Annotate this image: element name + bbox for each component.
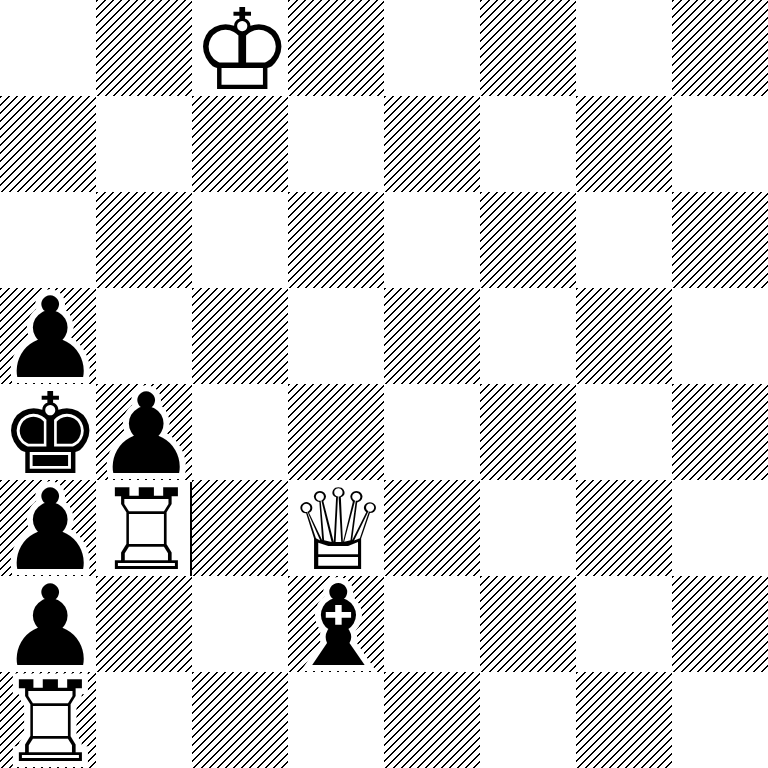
piece-black-pawn: ♟♟	[0, 290, 96, 386]
square-c1[interactable]	[192, 672, 288, 768]
square-f8[interactable]	[480, 0, 576, 96]
piece-black-pawn: ♟♟	[0, 578, 96, 674]
square-e6[interactable]	[384, 192, 480, 288]
square-c7[interactable]	[192, 96, 288, 192]
square-b2[interactable]	[96, 576, 192, 672]
piece-white-king: ♚♔	[192, 2, 288, 98]
square-d5[interactable]	[288, 288, 384, 384]
square-h1[interactable]	[672, 672, 768, 768]
piece-halo: ♟	[0, 482, 96, 578]
square-f7[interactable]	[480, 96, 576, 192]
square-d6[interactable]	[288, 192, 384, 288]
square-g3[interactable]	[576, 480, 672, 576]
piece-black-king: ♚♚	[0, 386, 96, 482]
piece-halo: ♛	[288, 482, 384, 578]
square-b8[interactable]	[96, 0, 192, 96]
square-a7[interactable]	[0, 96, 96, 192]
square-b7[interactable]	[96, 96, 192, 192]
square-g6[interactable]	[576, 192, 672, 288]
square-c2[interactable]	[192, 576, 288, 672]
square-e1[interactable]	[384, 672, 480, 768]
chess-board: ♚♔♟♟♚♚♟♟♟♟♜♖♛♕♟♟♝♝♜♖	[0, 0, 768, 768]
square-h6[interactable]	[672, 192, 768, 288]
square-a1[interactable]: ♜♖	[0, 672, 96, 768]
square-e7[interactable]	[384, 96, 480, 192]
square-a6[interactable]	[0, 192, 96, 288]
piece-white-rook: ♜♖	[0, 674, 96, 768]
square-e4[interactable]	[384, 384, 480, 480]
piece-black-bishop: ♝♝	[288, 578, 384, 674]
square-f4[interactable]	[480, 384, 576, 480]
piece-glyph: ♖	[0, 657, 100, 768]
square-b5[interactable]	[96, 288, 192, 384]
square-f6[interactable]	[480, 192, 576, 288]
square-d4[interactable]	[288, 384, 384, 480]
square-e2[interactable]	[384, 576, 480, 672]
square-e8[interactable]	[384, 0, 480, 96]
square-b3[interactable]: ♜♖	[96, 480, 192, 576]
piece-white-queen: ♛♕	[288, 482, 384, 578]
square-d3[interactable]: ♛♕	[288, 480, 384, 576]
square-c8[interactable]: ♚♔	[192, 0, 288, 96]
square-a8[interactable]	[0, 0, 96, 96]
square-b1[interactable]	[96, 672, 192, 768]
square-g5[interactable]	[576, 288, 672, 384]
square-c5[interactable]	[192, 288, 288, 384]
piece-halo: ♜	[0, 674, 96, 768]
square-g4[interactable]	[576, 384, 672, 480]
square-a3[interactable]: ♟♟	[0, 480, 96, 576]
square-g2[interactable]	[576, 576, 672, 672]
square-a5[interactable]: ♟♟	[0, 288, 96, 384]
square-d2[interactable]: ♝♝	[288, 576, 384, 672]
square-h3[interactable]	[672, 480, 768, 576]
square-c3[interactable]	[192, 480, 288, 576]
square-f5[interactable]	[480, 288, 576, 384]
piece-halo: ♜	[96, 482, 192, 578]
piece-halo: ♟	[0, 290, 96, 386]
square-f1[interactable]	[480, 672, 576, 768]
piece-halo: ♚	[0, 386, 96, 482]
square-e3[interactable]	[384, 480, 480, 576]
square-e5[interactable]	[384, 288, 480, 384]
square-c6[interactable]	[192, 192, 288, 288]
piece-halo: ♟	[0, 578, 96, 674]
piece-halo: ♝	[288, 578, 384, 674]
square-g8[interactable]	[576, 0, 672, 96]
square-h2[interactable]	[672, 576, 768, 672]
square-f3[interactable]	[480, 480, 576, 576]
square-f2[interactable]	[480, 576, 576, 672]
square-a2[interactable]: ♟♟	[0, 576, 96, 672]
square-h5[interactable]	[672, 288, 768, 384]
square-g1[interactable]	[576, 672, 672, 768]
piece-halo: ♚	[192, 2, 288, 98]
square-g7[interactable]	[576, 96, 672, 192]
square-d1[interactable]	[288, 672, 384, 768]
square-h4[interactable]	[672, 384, 768, 480]
square-a4[interactable]: ♚♚	[0, 384, 96, 480]
piece-black-pawn: ♟♟	[0, 482, 96, 578]
piece-white-rook: ♜♖	[96, 482, 192, 578]
square-d8[interactable]	[288, 0, 384, 96]
square-d7[interactable]	[288, 96, 384, 192]
piece-black-pawn: ♟♟	[96, 386, 192, 482]
square-b4[interactable]: ♟♟	[96, 384, 192, 480]
square-c4[interactable]	[192, 384, 288, 480]
piece-halo: ♟	[96, 386, 192, 482]
square-h7[interactable]	[672, 96, 768, 192]
square-h8[interactable]	[672, 0, 768, 96]
square-b6[interactable]	[96, 192, 192, 288]
